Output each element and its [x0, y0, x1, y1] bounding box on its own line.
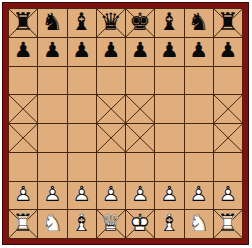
white-pawn: ♟♙ — [97, 182, 125, 210]
square-d4[interactable] — [97, 124, 125, 152]
square-h7[interactable]: ♟ — [214, 38, 242, 66]
black-ferz: ♛ — [97, 9, 125, 37]
white-elephant: ♝♗ — [155, 210, 183, 238]
square-e5[interactable] — [126, 95, 154, 123]
white-rook: ♜♖ — [214, 210, 242, 238]
square-e6[interactable] — [126, 67, 154, 95]
square-d1[interactable]: ♛♕ — [97, 210, 125, 238]
ashtapada-x-mark — [97, 95, 125, 123]
ashtapada-x-mark — [9, 124, 37, 152]
square-d3[interactable] — [97, 153, 125, 181]
white-pawn: ♟♙ — [185, 182, 213, 210]
black-knight: ♞ — [185, 9, 213, 37]
white-pawn: ♟♙ — [68, 182, 96, 210]
square-a3[interactable] — [9, 153, 37, 181]
square-g5[interactable] — [185, 95, 213, 123]
square-c5[interactable] — [68, 95, 96, 123]
square-g3[interactable] — [185, 153, 213, 181]
square-g4[interactable] — [185, 124, 213, 152]
square-f7[interactable]: ♟ — [155, 38, 183, 66]
square-a2[interactable]: ♟♙ — [9, 182, 37, 210]
square-f5[interactable] — [155, 95, 183, 123]
ashtapada-x-mark — [9, 95, 37, 123]
board-frame: ♜♞♝♛♚♝♞♜♟♟♟♟♟♟♟♟♟♙♟♙♟♙♟♙♟♙♟♙♟♙♟♙♜♖♞♘♝♗♛♕… — [2, 2, 249, 245]
square-b7[interactable]: ♟ — [38, 38, 66, 66]
white-pawn: ♟♙ — [38, 182, 66, 210]
square-d8[interactable]: ♛ — [97, 9, 125, 37]
black-pawn: ♟ — [214, 38, 242, 66]
square-f4[interactable] — [155, 124, 183, 152]
black-elephant: ♝ — [155, 9, 183, 37]
ashtapada-x-mark — [214, 95, 242, 123]
white-pawn: ♟♙ — [126, 182, 154, 210]
square-c8[interactable]: ♝ — [68, 9, 96, 37]
black-pawn: ♟ — [9, 38, 37, 66]
square-b3[interactable] — [38, 153, 66, 181]
square-b1[interactable]: ♞♘ — [38, 210, 66, 238]
ashtapada-x-mark — [214, 124, 242, 152]
square-f6[interactable] — [155, 67, 183, 95]
square-a6[interactable] — [9, 67, 37, 95]
black-knight: ♞ — [38, 9, 66, 37]
white-pawn: ♟♙ — [9, 182, 37, 210]
white-rook: ♜♖ — [9, 210, 37, 238]
square-c7[interactable]: ♟ — [68, 38, 96, 66]
square-e1[interactable]: ♚♔ — [126, 210, 154, 238]
square-a5[interactable] — [9, 95, 37, 123]
ashtapada-x-mark — [97, 124, 125, 152]
square-e3[interactable] — [126, 153, 154, 181]
square-c3[interactable] — [68, 153, 96, 181]
white-knight: ♞♘ — [38, 210, 66, 238]
square-b6[interactable] — [38, 67, 66, 95]
white-pawn: ♟♙ — [214, 182, 242, 210]
chaturanga-board: ♜♞♝♛♚♝♞♜♟♟♟♟♟♟♟♟♟♙♟♙♟♙♟♙♟♙♟♙♟♙♟♙♜♖♞♘♝♗♛♕… — [8, 8, 243, 239]
white-pawn: ♟♙ — [155, 182, 183, 210]
square-b4[interactable] — [38, 124, 66, 152]
square-e8[interactable]: ♚ — [126, 9, 154, 37]
black-pawn: ♟ — [97, 38, 125, 66]
black-pawn: ♟ — [155, 38, 183, 66]
square-h2[interactable]: ♟♙ — [214, 182, 242, 210]
square-g2[interactable]: ♟♙ — [185, 182, 213, 210]
square-b8[interactable]: ♞ — [38, 9, 66, 37]
square-e2[interactable]: ♟♙ — [126, 182, 154, 210]
white-knight: ♞♘ — [185, 210, 213, 238]
square-e4[interactable] — [126, 124, 154, 152]
square-f8[interactable]: ♝ — [155, 9, 183, 37]
square-h6[interactable] — [214, 67, 242, 95]
white-ferz: ♛♕ — [97, 210, 125, 238]
square-h1[interactable]: ♜♖ — [214, 210, 242, 238]
square-g7[interactable]: ♟ — [185, 38, 213, 66]
black-king: ♚ — [126, 9, 154, 37]
black-rook: ♜ — [214, 9, 242, 37]
square-f3[interactable] — [155, 153, 183, 181]
square-h3[interactable] — [214, 153, 242, 181]
white-king: ♚♔ — [126, 210, 154, 238]
square-h5[interactable] — [214, 95, 242, 123]
square-d6[interactable] — [97, 67, 125, 95]
black-pawn: ♟ — [185, 38, 213, 66]
square-f2[interactable]: ♟♙ — [155, 182, 183, 210]
square-a8[interactable]: ♜ — [9, 9, 37, 37]
black-elephant: ♝ — [68, 9, 96, 37]
square-b5[interactable] — [38, 95, 66, 123]
square-h4[interactable] — [214, 124, 242, 152]
black-rook: ♜ — [9, 9, 37, 37]
ashtapada-x-mark — [126, 95, 154, 123]
square-c6[interactable] — [68, 67, 96, 95]
square-h8[interactable]: ♜ — [214, 9, 242, 37]
square-d2[interactable]: ♟♙ — [97, 182, 125, 210]
square-g8[interactable]: ♞ — [185, 9, 213, 37]
black-pawn: ♟ — [38, 38, 66, 66]
black-pawn: ♟ — [68, 38, 96, 66]
square-f1[interactable]: ♝♗ — [155, 210, 183, 238]
square-b2[interactable]: ♟♙ — [38, 182, 66, 210]
square-d5[interactable] — [97, 95, 125, 123]
square-d7[interactable]: ♟ — [97, 38, 125, 66]
black-pawn: ♟ — [126, 38, 154, 66]
square-a1[interactable]: ♜♖ — [9, 210, 37, 238]
square-g1[interactable]: ♞♘ — [185, 210, 213, 238]
square-a7[interactable]: ♟ — [9, 38, 37, 66]
white-elephant: ♝♗ — [68, 210, 96, 238]
square-c4[interactable] — [68, 124, 96, 152]
ashtapada-x-mark — [126, 124, 154, 152]
square-a4[interactable] — [9, 124, 37, 152]
square-c1[interactable]: ♝♗ — [68, 210, 96, 238]
square-c2[interactable]: ♟♙ — [68, 182, 96, 210]
square-g6[interactable] — [185, 67, 213, 95]
square-e7[interactable]: ♟ — [126, 38, 154, 66]
game-screenshot: ♜♞♝♛♚♝♞♜♟♟♟♟♟♟♟♟♟♙♟♙♟♙♟♙♟♙♟♙♟♙♟♙♜♖♞♘♝♗♛♕… — [0, 0, 252, 248]
